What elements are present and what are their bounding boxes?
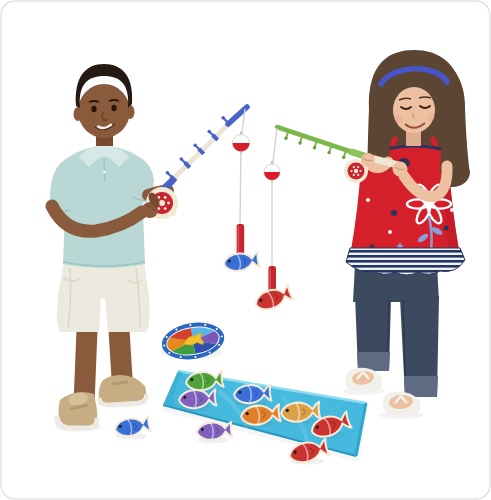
scene-canvas	[0, 0, 491, 500]
girl-ruffle-hem	[346, 248, 465, 275]
product-photo	[0, 0, 491, 500]
girl-face	[393, 87, 435, 133]
boy-right-leg	[119, 330, 122, 378]
boy-magnet-lure	[237, 224, 245, 257]
boy-polo-shirt	[49, 145, 154, 268]
